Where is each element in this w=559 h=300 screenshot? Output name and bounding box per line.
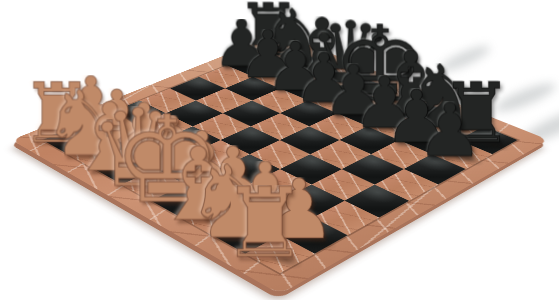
square-h1: ♜ bbox=[245, 235, 314, 273]
chess-board: ♜♞♝♛♚♝♞♜♟♟♟♟♟♟♟♟♟♟♟♟♟♟♟♟♜♞♝♛♚♝♞♜ bbox=[11, 33, 548, 294]
white-rook-h1: ♜ bbox=[192, 185, 336, 262]
marble-chess-set-photo: ♜♞♝♛♚♝♞♜♟♟♟♟♟♟♟♟♟♟♟♟♟♟♟♟♜♞♝♛♚♝♞♜ bbox=[0, 0, 559, 300]
board-grid: ♜♞♝♛♚♝♞♜♟♟♟♟♟♟♟♟♟♟♟♟♟♟♟♟♜♞♝♛♚♝♞♜ bbox=[42, 44, 517, 273]
black-pawn-h7: ♟ bbox=[387, 102, 513, 161]
